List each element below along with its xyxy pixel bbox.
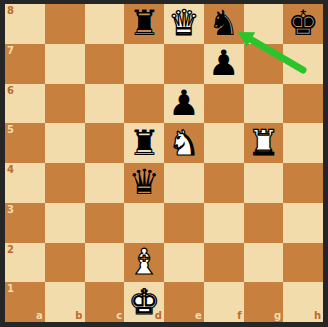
square-b7[interactable]: [45, 44, 85, 84]
file-label-c: c: [116, 310, 122, 321]
square-c5[interactable]: [85, 123, 125, 163]
square-g6[interactable]: [244, 84, 284, 124]
rank-label-3: 3: [7, 204, 14, 215]
square-h8[interactable]: ♚: [283, 4, 323, 44]
square-c4[interactable]: [85, 163, 125, 203]
square-e8[interactable]: ♛: [164, 4, 204, 44]
square-d3[interactable]: [124, 203, 164, 243]
square-f3[interactable]: [204, 203, 244, 243]
square-d2[interactable]: ♝: [124, 243, 164, 283]
square-a3[interactable]: 3: [5, 203, 45, 243]
square-d4[interactable]: ♛: [124, 163, 164, 203]
square-h7[interactable]: [283, 44, 323, 84]
square-c3[interactable]: [85, 203, 125, 243]
square-e3[interactable]: [164, 203, 204, 243]
square-b5[interactable]: [45, 123, 85, 163]
black-queen[interactable]: ♛: [124, 163, 164, 203]
square-e6[interactable]: ♟: [164, 84, 204, 124]
square-c8[interactable]: [85, 4, 125, 44]
square-a7[interactable]: 7: [5, 44, 45, 84]
square-c6[interactable]: [85, 84, 125, 124]
square-g4[interactable]: [244, 163, 284, 203]
white-knight[interactable]: ♞: [164, 123, 204, 163]
square-g7[interactable]: [244, 44, 284, 84]
black-pawn[interactable]: ♟: [164, 84, 204, 124]
square-b1[interactable]: b: [45, 282, 85, 322]
square-h5[interactable]: [283, 123, 323, 163]
rank-label-8: 8: [7, 5, 14, 16]
rank-label-5: 5: [7, 124, 14, 135]
black-knight[interactable]: ♞: [204, 4, 244, 44]
square-f8[interactable]: ♞: [204, 4, 244, 44]
square-g8[interactable]: [244, 4, 284, 44]
square-a5[interactable]: 5: [5, 123, 45, 163]
square-h1[interactable]: h: [283, 282, 323, 322]
file-label-e: e: [195, 310, 202, 321]
square-d6[interactable]: [124, 84, 164, 124]
square-g3[interactable]: [244, 203, 284, 243]
square-h3[interactable]: [283, 203, 323, 243]
square-f7[interactable]: ♟: [204, 44, 244, 84]
file-label-b: b: [75, 310, 82, 321]
square-h2[interactable]: [283, 243, 323, 283]
black-rook[interactable]: ♜: [124, 123, 164, 163]
square-a4[interactable]: 4: [5, 163, 45, 203]
square-g2[interactable]: [244, 243, 284, 283]
white-bishop[interactable]: ♝: [124, 243, 164, 283]
square-d8[interactable]: ♜: [124, 4, 164, 44]
white-rook[interactable]: ♜: [244, 123, 284, 163]
square-b4[interactable]: [45, 163, 85, 203]
square-g5[interactable]: ♜: [244, 123, 284, 163]
chess-board: 8♜♛♞♚7♟6♟5♜♞♜4♛32♝1abcd♚efgh: [5, 4, 323, 322]
rank-label-7: 7: [7, 45, 14, 56]
rank-label-1: 1: [7, 283, 14, 294]
square-h6[interactable]: [283, 84, 323, 124]
rank-label-4: 4: [7, 164, 14, 175]
square-b2[interactable]: [45, 243, 85, 283]
white-queen[interactable]: ♛: [164, 4, 204, 44]
black-rook[interactable]: ♜: [124, 4, 164, 44]
rank-label-2: 2: [7, 244, 14, 255]
square-g1[interactable]: g: [244, 282, 284, 322]
file-label-f: f: [237, 310, 241, 321]
square-e2[interactable]: [164, 243, 204, 283]
rank-label-6: 6: [7, 85, 14, 96]
square-d5[interactable]: ♜: [124, 123, 164, 163]
black-king[interactable]: ♚: [283, 4, 323, 44]
square-f2[interactable]: [204, 243, 244, 283]
file-label-g: g: [274, 310, 281, 321]
file-label-a: a: [36, 310, 43, 321]
square-d1[interactable]: d♚: [124, 282, 164, 322]
square-d7[interactable]: [124, 44, 164, 84]
square-b8[interactable]: [45, 4, 85, 44]
square-c7[interactable]: [85, 44, 125, 84]
square-a1[interactable]: 1a: [5, 282, 45, 322]
square-e7[interactable]: [164, 44, 204, 84]
square-c1[interactable]: c: [85, 282, 125, 322]
file-label-h: h: [314, 310, 321, 321]
square-e4[interactable]: [164, 163, 204, 203]
chess-board-frame: 8♜♛♞♚7♟6♟5♜♞♜4♛32♝1abcd♚efgh: [0, 0, 328, 327]
square-b3[interactable]: [45, 203, 85, 243]
square-a8[interactable]: 8: [5, 4, 45, 44]
square-e5[interactable]: ♞: [164, 123, 204, 163]
black-pawn[interactable]: ♟: [204, 44, 244, 84]
square-a2[interactable]: 2: [5, 243, 45, 283]
square-f5[interactable]: [204, 123, 244, 163]
square-a6[interactable]: 6: [5, 84, 45, 124]
square-c2[interactable]: [85, 243, 125, 283]
square-f6[interactable]: [204, 84, 244, 124]
white-king[interactable]: ♚: [124, 282, 164, 322]
square-f1[interactable]: f: [204, 282, 244, 322]
square-b6[interactable]: [45, 84, 85, 124]
square-h4[interactable]: [283, 163, 323, 203]
square-f4[interactable]: [204, 163, 244, 203]
square-e1[interactable]: e: [164, 282, 204, 322]
